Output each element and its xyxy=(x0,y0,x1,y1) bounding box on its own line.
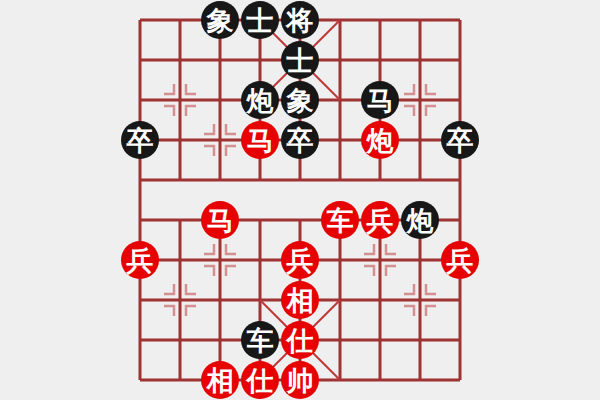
piece-red-elephant[interactable]: 相 xyxy=(201,361,239,399)
piece-red-cannon[interactable]: 炮 xyxy=(361,121,399,159)
piece-red-elephant[interactable]: 相 xyxy=(281,281,319,319)
piece-red-horse[interactable]: 马 xyxy=(241,121,279,159)
piece-black-cannon[interactable]: 炮 xyxy=(401,201,439,239)
piece-black-soldier[interactable]: 卒 xyxy=(281,121,319,159)
piece-red-soldier[interactable]: 兵 xyxy=(121,241,159,279)
piece-black-elephant[interactable]: 象 xyxy=(201,1,239,39)
piece-black-soldier[interactable]: 卒 xyxy=(441,121,479,159)
pieces-layer: 象士将士炮象马卒马卒炮卒马车兵炮兵兵兵相车仕相仕帅 xyxy=(0,0,600,400)
piece-black-soldier[interactable]: 卒 xyxy=(121,121,159,159)
piece-black-chariot[interactable]: 车 xyxy=(241,321,279,359)
piece-red-soldier[interactable]: 兵 xyxy=(441,241,479,279)
piece-black-cannon[interactable]: 炮 xyxy=(241,81,279,119)
xiangqi-board[interactable]: 象士将士炮象马卒马卒炮卒马车兵炮兵兵兵相车仕相仕帅 xyxy=(0,0,600,400)
piece-red-advisor[interactable]: 仕 xyxy=(281,321,319,359)
piece-red-horse[interactable]: 马 xyxy=(201,201,239,239)
piece-red-soldier[interactable]: 兵 xyxy=(361,201,399,239)
piece-black-elephant[interactable]: 象 xyxy=(281,81,319,119)
piece-red-chariot[interactable]: 车 xyxy=(321,201,359,239)
piece-red-soldier[interactable]: 兵 xyxy=(281,241,319,279)
piece-black-horse[interactable]: 马 xyxy=(361,81,399,119)
piece-red-general[interactable]: 帅 xyxy=(281,361,319,399)
piece-black-advisor[interactable]: 士 xyxy=(281,41,319,79)
piece-red-advisor[interactable]: 仕 xyxy=(241,361,279,399)
piece-black-advisor[interactable]: 士 xyxy=(241,1,279,39)
piece-black-general[interactable]: 将 xyxy=(281,1,319,39)
